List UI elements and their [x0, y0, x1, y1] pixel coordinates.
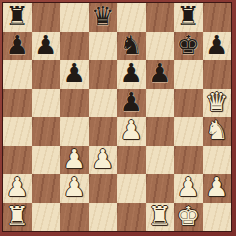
- square-a6[interactable]: [3, 60, 32, 89]
- square-h5[interactable]: ♛: [203, 89, 232, 118]
- square-e4[interactable]: ♟: [117, 117, 146, 146]
- square-h6[interactable]: [203, 60, 232, 89]
- square-d6[interactable]: [89, 60, 118, 89]
- square-g5[interactable]: [174, 89, 203, 118]
- square-h7[interactable]: ♟: [203, 32, 232, 61]
- black-pawn: ♟: [6, 32, 29, 58]
- black-pawn: ♟: [148, 60, 171, 86]
- square-g3[interactable]: [174, 146, 203, 175]
- white-knight: ♞: [205, 117, 228, 143]
- board-frame: ♜♛♜♟♟♞♚♟♟♟♟♟♛♟♞♟♟♟♟♟♟♜♜♚: [0, 0, 236, 236]
- square-e7[interactable]: ♞: [117, 32, 146, 61]
- black-pawn: ♟: [34, 32, 57, 58]
- square-a5[interactable]: [3, 89, 32, 118]
- black-queen: ♛: [91, 3, 114, 29]
- square-c5[interactable]: [60, 89, 89, 118]
- square-e3[interactable]: [117, 146, 146, 175]
- square-a7[interactable]: ♟: [3, 32, 32, 61]
- square-a4[interactable]: [3, 117, 32, 146]
- white-pawn: ♟: [63, 174, 86, 200]
- square-f8[interactable]: [146, 3, 175, 32]
- square-e2[interactable]: [117, 174, 146, 203]
- square-f2[interactable]: [146, 174, 175, 203]
- square-b5[interactable]: [32, 89, 61, 118]
- square-f7[interactable]: [146, 32, 175, 61]
- square-b2[interactable]: [32, 174, 61, 203]
- square-b3[interactable]: [32, 146, 61, 175]
- square-f1[interactable]: ♜: [146, 203, 175, 232]
- black-knight: ♞: [120, 32, 143, 58]
- square-a2[interactable]: ♟: [3, 174, 32, 203]
- black-rook: ♜: [177, 3, 200, 29]
- square-a1[interactable]: ♜: [3, 203, 32, 232]
- square-c1[interactable]: [60, 203, 89, 232]
- white-pawn: ♟: [63, 146, 86, 172]
- square-b4[interactable]: [32, 117, 61, 146]
- square-d5[interactable]: [89, 89, 118, 118]
- square-b7[interactable]: ♟: [32, 32, 61, 61]
- white-pawn: ♟: [205, 174, 228, 200]
- square-g1[interactable]: ♚: [174, 203, 203, 232]
- square-a3[interactable]: [3, 146, 32, 175]
- square-d3[interactable]: ♟: [89, 146, 118, 175]
- square-c7[interactable]: [60, 32, 89, 61]
- white-pawn: ♟: [120, 117, 143, 143]
- black-pawn: ♟: [120, 89, 143, 115]
- square-c8[interactable]: [60, 3, 89, 32]
- square-d8[interactable]: ♛: [89, 3, 118, 32]
- square-b6[interactable]: [32, 60, 61, 89]
- square-g6[interactable]: [174, 60, 203, 89]
- white-rook: ♜: [6, 203, 29, 229]
- black-pawn: ♟: [63, 60, 86, 86]
- white-pawn: ♟: [177, 174, 200, 200]
- square-e5[interactable]: ♟: [117, 89, 146, 118]
- square-c3[interactable]: ♟: [60, 146, 89, 175]
- black-pawn: ♟: [205, 32, 228, 58]
- square-f3[interactable]: [146, 146, 175, 175]
- square-g7[interactable]: ♚: [174, 32, 203, 61]
- square-h2[interactable]: ♟: [203, 174, 232, 203]
- white-queen: ♛: [205, 89, 228, 115]
- square-b1[interactable]: [32, 203, 61, 232]
- black-rook: ♜: [6, 3, 29, 29]
- square-d4[interactable]: [89, 117, 118, 146]
- white-rook: ♜: [148, 203, 171, 229]
- square-e1[interactable]: [117, 203, 146, 232]
- square-f5[interactable]: [146, 89, 175, 118]
- square-f4[interactable]: [146, 117, 175, 146]
- square-e6[interactable]: ♟: [117, 60, 146, 89]
- square-c4[interactable]: [60, 117, 89, 146]
- square-h1[interactable]: [203, 203, 232, 232]
- square-h8[interactable]: [203, 3, 232, 32]
- black-king: ♚: [177, 32, 200, 58]
- square-e8[interactable]: [117, 3, 146, 32]
- white-pawn: ♟: [6, 174, 29, 200]
- black-pawn: ♟: [120, 60, 143, 86]
- square-d2[interactable]: [89, 174, 118, 203]
- square-h4[interactable]: ♞: [203, 117, 232, 146]
- square-c6[interactable]: ♟: [60, 60, 89, 89]
- square-a8[interactable]: ♜: [3, 3, 32, 32]
- square-h3[interactable]: [203, 146, 232, 175]
- square-g2[interactable]: ♟: [174, 174, 203, 203]
- square-f6[interactable]: ♟: [146, 60, 175, 89]
- square-d1[interactable]: [89, 203, 118, 232]
- square-c2[interactable]: ♟: [60, 174, 89, 203]
- white-king: ♚: [177, 203, 200, 229]
- chess-board: ♜♛♜♟♟♞♚♟♟♟♟♟♛♟♞♟♟♟♟♟♟♜♜♚: [3, 3, 231, 231]
- square-b8[interactable]: [32, 3, 61, 32]
- square-d7[interactable]: [89, 32, 118, 61]
- square-g4[interactable]: [174, 117, 203, 146]
- square-g8[interactable]: ♜: [174, 3, 203, 32]
- white-pawn: ♟: [91, 146, 114, 172]
